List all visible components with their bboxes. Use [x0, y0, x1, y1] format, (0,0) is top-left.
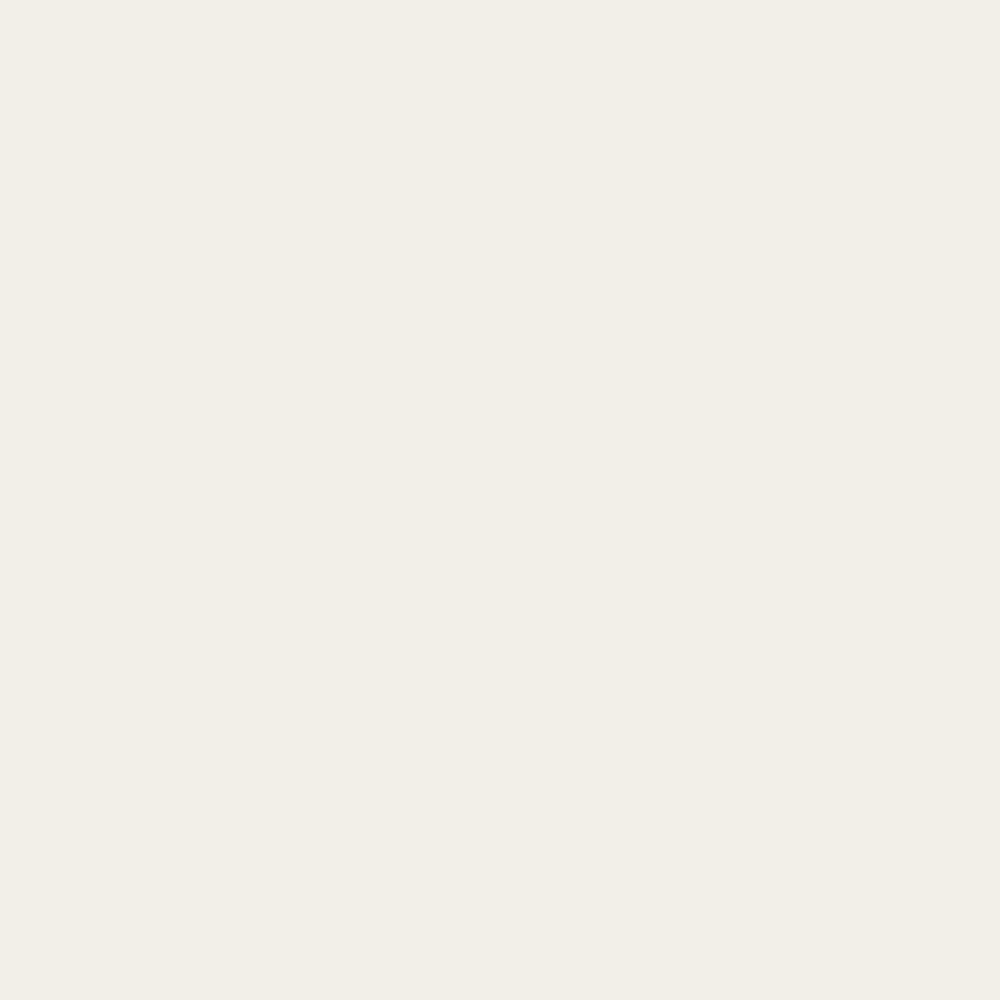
chess-scene-svg: [0, 0, 1000, 1000]
product-photo-scene: [0, 0, 1000, 1000]
